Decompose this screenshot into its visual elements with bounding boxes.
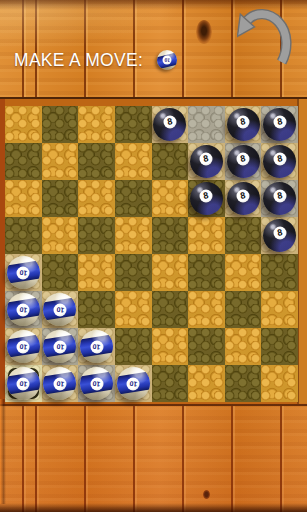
board-cell[interactable] (5, 180, 42, 217)
board-cell[interactable]: 10 (78, 365, 115, 402)
board-cell[interactable] (115, 328, 152, 365)
board-cell[interactable] (261, 328, 298, 365)
blue-10-ball-piece[interactable]: 10 (80, 367, 113, 400)
board-cell[interactable] (78, 254, 115, 291)
ball-number-circle: 8 (200, 152, 213, 165)
undo-icon[interactable] (237, 6, 294, 65)
lower-wood-tint (0, 403, 307, 512)
ball-number-circle: 10 (17, 266, 30, 279)
board-cell[interactable] (115, 106, 152, 143)
board-cell[interactable] (188, 106, 225, 143)
board-cell[interactable]: 8 (261, 180, 298, 217)
blue-10-ball-piece[interactable]: 10 (7, 367, 40, 400)
board-cell[interactable]: 8 (261, 217, 298, 254)
ball-number-circle: 8 (273, 152, 286, 165)
black-8-ball-piece[interactable]: 8 (153, 108, 186, 141)
board-cell[interactable] (115, 143, 152, 180)
ball-number-circle: 8 (273, 189, 286, 202)
ball-number-circle: 8 (273, 115, 286, 128)
blue-10-ball-piece[interactable]: 10 (43, 293, 76, 326)
board-cell[interactable] (188, 217, 225, 254)
black-8-ball-piece[interactable]: 8 (263, 182, 296, 215)
board-cell[interactable]: 10 (42, 291, 79, 328)
black-8-ball-piece[interactable]: 8 (263, 108, 296, 141)
board-cell[interactable] (42, 180, 79, 217)
blue-10-ball-piece[interactable]: 10 (43, 367, 76, 400)
board-cell[interactable] (188, 291, 225, 328)
blue-10-ball-piece[interactable]: 10 (80, 330, 113, 363)
board-cell[interactable] (152, 291, 189, 328)
board-frame: 888888888810101010101010101010 (0, 97, 307, 406)
game-screen: MAKE A MOVE: 10 888888888810101010101010… (0, 0, 307, 512)
board-cell[interactable] (152, 143, 189, 180)
board-cell[interactable] (78, 217, 115, 254)
make-a-move-label: MAKE A MOVE: (14, 50, 143, 71)
bottom-edge-shadow (0, 503, 307, 512)
board-cell[interactable] (261, 254, 298, 291)
game-board: 888888888810101010101010101010 (5, 106, 298, 402)
board-cell[interactable] (78, 291, 115, 328)
ball-number-circle: 10 (163, 56, 172, 65)
black-8-ball-piece[interactable]: 8 (263, 145, 296, 178)
board-cell[interactable]: 8 (152, 106, 189, 143)
ball-number-circle: 10 (90, 377, 103, 390)
ball-number-circle: 10 (53, 340, 66, 353)
ball-number-circle: 8 (237, 152, 250, 165)
board-cell[interactable] (78, 106, 115, 143)
board-cell[interactable]: 8 (225, 143, 262, 180)
ball-number-circle: 8 (163, 115, 176, 128)
ball-number-circle: 10 (90, 340, 103, 353)
ball-number-circle: 10 (17, 377, 30, 390)
board-cell[interactable] (42, 254, 79, 291)
board-cell[interactable] (152, 365, 189, 402)
ball-number-circle: 10 (17, 340, 30, 353)
ball-number-circle: 10 (127, 377, 140, 390)
board-cell[interactable]: 8 (261, 106, 298, 143)
board-cell[interactable] (152, 180, 189, 217)
board-cell[interactable]: 8 (225, 180, 262, 217)
board-cell[interactable] (115, 291, 152, 328)
board-cell[interactable] (225, 328, 262, 365)
board-cell[interactable]: 10 (42, 365, 79, 402)
blue-10-ball-piece[interactable]: 10 (7, 293, 40, 326)
blue-10-ball-piece[interactable]: 10 (7, 330, 40, 363)
board-cell[interactable] (5, 106, 42, 143)
black-8-ball-piece[interactable]: 8 (190, 182, 223, 215)
ball-number-circle: 8 (237, 115, 250, 128)
board-cell[interactable]: 10 (78, 328, 115, 365)
black-8-ball-piece[interactable]: 8 (263, 219, 296, 252)
black-8-ball-piece[interactable]: 8 (227, 182, 260, 215)
ball-number-circle: 10 (17, 303, 30, 316)
board-cell[interactable]: 8 (261, 143, 298, 180)
ball-number-circle: 8 (237, 189, 250, 202)
board-cell[interactable]: 8 (188, 180, 225, 217)
board-cell[interactable]: 10 (5, 328, 42, 365)
board-cell[interactable] (115, 217, 152, 254)
board-cell[interactable] (225, 217, 262, 254)
board-cell[interactable] (152, 217, 189, 254)
board-cell[interactable] (188, 328, 225, 365)
board-cell[interactable] (5, 217, 42, 254)
blue-10-ball-piece[interactable]: 10 (7, 256, 40, 289)
board-cell[interactable] (152, 254, 189, 291)
board-cell[interactable]: 10 (5, 365, 42, 402)
board-cell[interactable] (78, 143, 115, 180)
board-cell[interactable]: 10 (5, 254, 42, 291)
board-cell[interactable] (42, 217, 79, 254)
black-8-ball-piece[interactable]: 8 (227, 108, 260, 141)
board-cell[interactable] (188, 365, 225, 402)
blue-10-ball-piece[interactable]: 10 (117, 367, 150, 400)
board-cell[interactable] (42, 106, 79, 143)
board-cell[interactable]: 8 (188, 143, 225, 180)
board-cell[interactable] (78, 180, 115, 217)
ball-number-circle: 8 (200, 189, 213, 202)
board-cell[interactable] (225, 365, 262, 402)
left-bevel-shadow (0, 399, 6, 504)
ball-number-circle: 10 (53, 303, 66, 316)
board-cell[interactable]: 10 (5, 291, 42, 328)
turn-indicator-blue-ball-icon: 10 (157, 50, 177, 70)
black-8-ball-piece[interactable]: 8 (190, 145, 223, 178)
board-cell[interactable] (225, 291, 262, 328)
board-cell[interactable] (225, 254, 262, 291)
board-cell[interactable] (188, 254, 225, 291)
board-cell[interactable] (42, 143, 79, 180)
board-cell[interactable] (115, 254, 152, 291)
board-cell[interactable] (115, 180, 152, 217)
board-cell[interactable] (261, 291, 298, 328)
board-cell[interactable]: 10 (115, 365, 152, 402)
board-cell[interactable]: 10 (42, 328, 79, 365)
ball-number-circle: 8 (273, 226, 286, 239)
black-8-ball-piece[interactable]: 8 (227, 145, 260, 178)
board-cell[interactable] (261, 365, 298, 402)
blue-10-ball-piece[interactable]: 10 (43, 330, 76, 363)
board-cell[interactable] (152, 328, 189, 365)
ball-number-circle: 10 (53, 377, 66, 390)
wood-knot (196, 20, 212, 44)
board-cell[interactable]: 8 (225, 106, 262, 143)
board-cell[interactable] (5, 143, 42, 180)
